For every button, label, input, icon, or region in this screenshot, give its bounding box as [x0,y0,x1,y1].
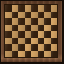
board-squares [4,4,58,58]
square-h1[interactable] [51,51,58,58]
chessboard [0,0,64,64]
